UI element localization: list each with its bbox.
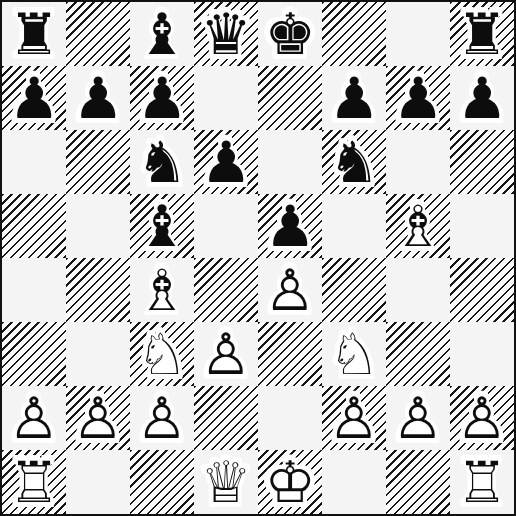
square-b1[interactable]	[66, 450, 130, 514]
square-a7[interactable]: ♟♟	[2, 66, 66, 130]
square-g7[interactable]: ♟♟	[386, 66, 450, 130]
black-pawn[interactable]: ♟♟	[66, 66, 130, 130]
piece-glyph: ♕	[200, 454, 251, 511]
black-pawn[interactable]: ♟♟	[258, 194, 322, 258]
black-rook[interactable]: ♜♜	[2, 2, 66, 66]
square-e6[interactable]	[258, 130, 322, 194]
white-rook[interactable]: ♜♖	[450, 450, 514, 514]
piece-glyph: ♜	[456, 6, 507, 63]
black-pawn[interactable]: ♟♟	[386, 66, 450, 130]
square-h7[interactable]: ♟♟	[450, 66, 514, 130]
square-a3[interactable]	[2, 322, 66, 386]
black-pawn[interactable]: ♟♟	[194, 130, 258, 194]
square-e1[interactable]: ♚♔	[258, 450, 322, 514]
black-bishop[interactable]: ♝♝	[130, 2, 194, 66]
square-f1[interactable]	[322, 450, 386, 514]
piece-glyph: ♝	[136, 198, 187, 255]
white-pawn[interactable]: ♟♙	[258, 258, 322, 322]
piece-glyph: ♖	[8, 454, 59, 511]
square-d4[interactable]	[194, 258, 258, 322]
black-knight[interactable]: ♞♞	[130, 130, 194, 194]
chess-board: ♜♜♝♝♛♛♚♚♜♜♟♟♟♟♟♟♟♟♟♟♟♟♞♞♟♟♞♞♝♝♟♟♝♗♝♗♟♙♞♘…	[0, 0, 516, 516]
piece-glyph: ♙	[392, 390, 443, 447]
square-b3[interactable]	[66, 322, 130, 386]
square-d2[interactable]	[194, 386, 258, 450]
white-pawn[interactable]: ♟♙	[66, 386, 130, 450]
square-h4[interactable]	[450, 258, 514, 322]
white-king[interactable]: ♚♔	[258, 450, 322, 514]
piece-glyph: ♟	[456, 70, 507, 127]
white-pawn[interactable]: ♟♙	[130, 386, 194, 450]
white-pawn[interactable]: ♟♙	[2, 386, 66, 450]
piece-glyph: ♟	[328, 70, 379, 127]
square-d7[interactable]	[194, 66, 258, 130]
square-h8[interactable]: ♜♜	[450, 2, 514, 66]
piece-glyph: ♞	[136, 134, 187, 191]
black-queen[interactable]: ♛♛	[194, 2, 258, 66]
piece-glyph: ♖	[456, 454, 507, 511]
piece-glyph: ♗	[392, 198, 443, 255]
square-e7[interactable]	[258, 66, 322, 130]
white-pawn[interactable]: ♟♙	[386, 386, 450, 450]
square-a4[interactable]	[2, 258, 66, 322]
square-g5[interactable]: ♝♗	[386, 194, 450, 258]
square-f4[interactable]	[322, 258, 386, 322]
piece-glyph: ♟	[72, 70, 123, 127]
piece-glyph: ♙	[264, 262, 315, 319]
square-f5[interactable]	[322, 194, 386, 258]
square-g1[interactable]	[386, 450, 450, 514]
square-e3[interactable]	[258, 322, 322, 386]
square-a1[interactable]: ♜♖	[2, 450, 66, 514]
square-b7[interactable]: ♟♟	[66, 66, 130, 130]
square-b2[interactable]: ♟♙	[66, 386, 130, 450]
square-f3[interactable]: ♞♘	[322, 322, 386, 386]
white-pawn[interactable]: ♟♙	[450, 386, 514, 450]
square-a5[interactable]	[2, 194, 66, 258]
piece-glyph: ♙	[136, 390, 187, 447]
black-pawn[interactable]: ♟♟	[322, 66, 386, 130]
square-e8[interactable]: ♚♚	[258, 2, 322, 66]
square-e5[interactable]: ♟♟	[258, 194, 322, 258]
piece-glyph: ♗	[136, 262, 187, 319]
piece-glyph: ♙	[200, 326, 251, 383]
square-d5[interactable]	[194, 194, 258, 258]
black-pawn[interactable]: ♟♟	[450, 66, 514, 130]
square-c8[interactable]: ♝♝	[130, 2, 194, 66]
white-knight[interactable]: ♞♘	[130, 322, 194, 386]
square-c5[interactable]: ♝♝	[130, 194, 194, 258]
piece-glyph: ♟	[200, 134, 251, 191]
square-c1[interactable]	[130, 450, 194, 514]
piece-glyph: ♘	[136, 326, 187, 383]
square-c7[interactable]: ♟♟	[130, 66, 194, 130]
square-d6[interactable]: ♟♟	[194, 130, 258, 194]
piece-glyph: ♙	[72, 390, 123, 447]
square-f8[interactable]	[322, 2, 386, 66]
square-a6[interactable]	[2, 130, 66, 194]
piece-glyph: ♙	[328, 390, 379, 447]
square-h2[interactable]: ♟♙	[450, 386, 514, 450]
square-c6[interactable]: ♞♞	[130, 130, 194, 194]
white-bishop[interactable]: ♝♗	[386, 194, 450, 258]
white-pawn[interactable]: ♟♙	[322, 386, 386, 450]
square-g2[interactable]: ♟♙	[386, 386, 450, 450]
piece-glyph: ♟	[264, 198, 315, 255]
square-h1[interactable]: ♜♖	[450, 450, 514, 514]
square-b8[interactable]	[66, 2, 130, 66]
square-h3[interactable]	[450, 322, 514, 386]
square-e2[interactable]	[258, 386, 322, 450]
square-h5[interactable]	[450, 194, 514, 258]
square-b4[interactable]	[66, 258, 130, 322]
square-g4[interactable]	[386, 258, 450, 322]
piece-glyph: ♙	[8, 390, 59, 447]
square-c3[interactable]: ♞♘	[130, 322, 194, 386]
square-b5[interactable]	[66, 194, 130, 258]
square-d3[interactable]: ♟♙	[194, 322, 258, 386]
piece-glyph: ♝	[136, 6, 187, 63]
piece-glyph: ♘	[328, 326, 379, 383]
black-rook[interactable]: ♜♜	[450, 2, 514, 66]
square-f2[interactable]: ♟♙	[322, 386, 386, 450]
black-bishop[interactable]: ♝♝	[130, 194, 194, 258]
square-d1[interactable]: ♛♕	[194, 450, 258, 514]
black-pawn[interactable]: ♟♟	[2, 66, 66, 130]
square-e4[interactable]: ♟♙	[258, 258, 322, 322]
piece-glyph: ♙	[456, 390, 507, 447]
square-f7[interactable]: ♟♟	[322, 66, 386, 130]
piece-glyph: ♟	[8, 70, 59, 127]
square-g3[interactable]	[386, 322, 450, 386]
white-rook[interactable]: ♜♖	[2, 450, 66, 514]
white-pawn[interactable]: ♟♙	[194, 322, 258, 386]
piece-glyph: ♜	[8, 6, 59, 63]
piece-glyph: ♚	[264, 6, 315, 63]
square-a2[interactable]: ♟♙	[2, 386, 66, 450]
square-c4[interactable]: ♝♗	[130, 258, 194, 322]
piece-glyph: ♛	[200, 6, 251, 63]
square-a8[interactable]: ♜♜	[2, 2, 66, 66]
square-g8[interactable]	[386, 2, 450, 66]
black-knight[interactable]: ♞♞	[322, 130, 386, 194]
white-knight[interactable]: ♞♘	[322, 322, 386, 386]
black-pawn[interactable]: ♟♟	[130, 66, 194, 130]
square-f6[interactable]: ♞♞	[322, 130, 386, 194]
square-c2[interactable]: ♟♙	[130, 386, 194, 450]
square-g6[interactable]	[386, 130, 450, 194]
piece-glyph: ♟	[136, 70, 187, 127]
white-bishop[interactable]: ♝♗	[130, 258, 194, 322]
black-king[interactable]: ♚♚	[258, 2, 322, 66]
square-b6[interactable]	[66, 130, 130, 194]
square-h6[interactable]	[450, 130, 514, 194]
piece-glyph: ♟	[392, 70, 443, 127]
piece-glyph: ♔	[264, 454, 315, 511]
square-d8[interactable]: ♛♛	[194, 2, 258, 66]
piece-glyph: ♞	[328, 134, 379, 191]
white-queen[interactable]: ♛♕	[194, 450, 258, 514]
